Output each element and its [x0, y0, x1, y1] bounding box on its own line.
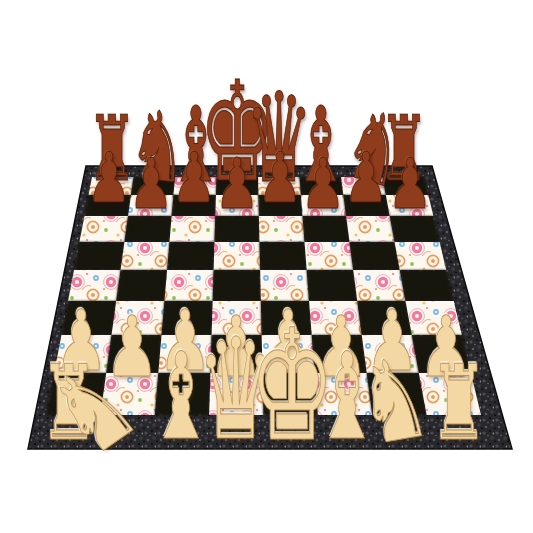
- piece-black-pawn-b7[interactable]: ♟: [128, 149, 173, 219]
- chess-photo-scene: ♜♞♝♚♛♝♞♜♟♟♟♟♟♟♟♟♟♟♟♟♟♟♟♟♜♞♝♛♚♝♞♜: [0, 0, 533, 533]
- piece-black-pawn-d7[interactable]: ♟: [215, 149, 260, 219]
- square-e5[interactable]: [260, 242, 307, 270]
- piece-black-pawn-c7[interactable]: ♟: [172, 143, 217, 213]
- square-g5[interactable]: [350, 242, 400, 270]
- square-c6[interactable]: [169, 216, 215, 242]
- square-e6[interactable]: [259, 216, 305, 242]
- piece-white-rook-h1[interactable]: ♜: [430, 351, 488, 455]
- piece-black-pawn-e7[interactable]: ♟: [257, 143, 302, 213]
- square-f5[interactable]: [305, 242, 354, 270]
- square-a5[interactable]: [74, 242, 124, 270]
- piece-black-pawn-f7[interactable]: ♟: [301, 149, 346, 219]
- square-h5[interactable]: [395, 242, 447, 270]
- piece-black-pawn-h7[interactable]: ♟: [387, 149, 432, 219]
- piece-black-pawn-a7[interactable]: ♟: [86, 143, 131, 213]
- square-b5[interactable]: [121, 242, 170, 270]
- square-c5[interactable]: [167, 242, 214, 270]
- square-d5[interactable]: [214, 242, 261, 270]
- square-a6[interactable]: [79, 216, 128, 242]
- piece-black-pawn-g7[interactable]: ♟: [343, 143, 388, 213]
